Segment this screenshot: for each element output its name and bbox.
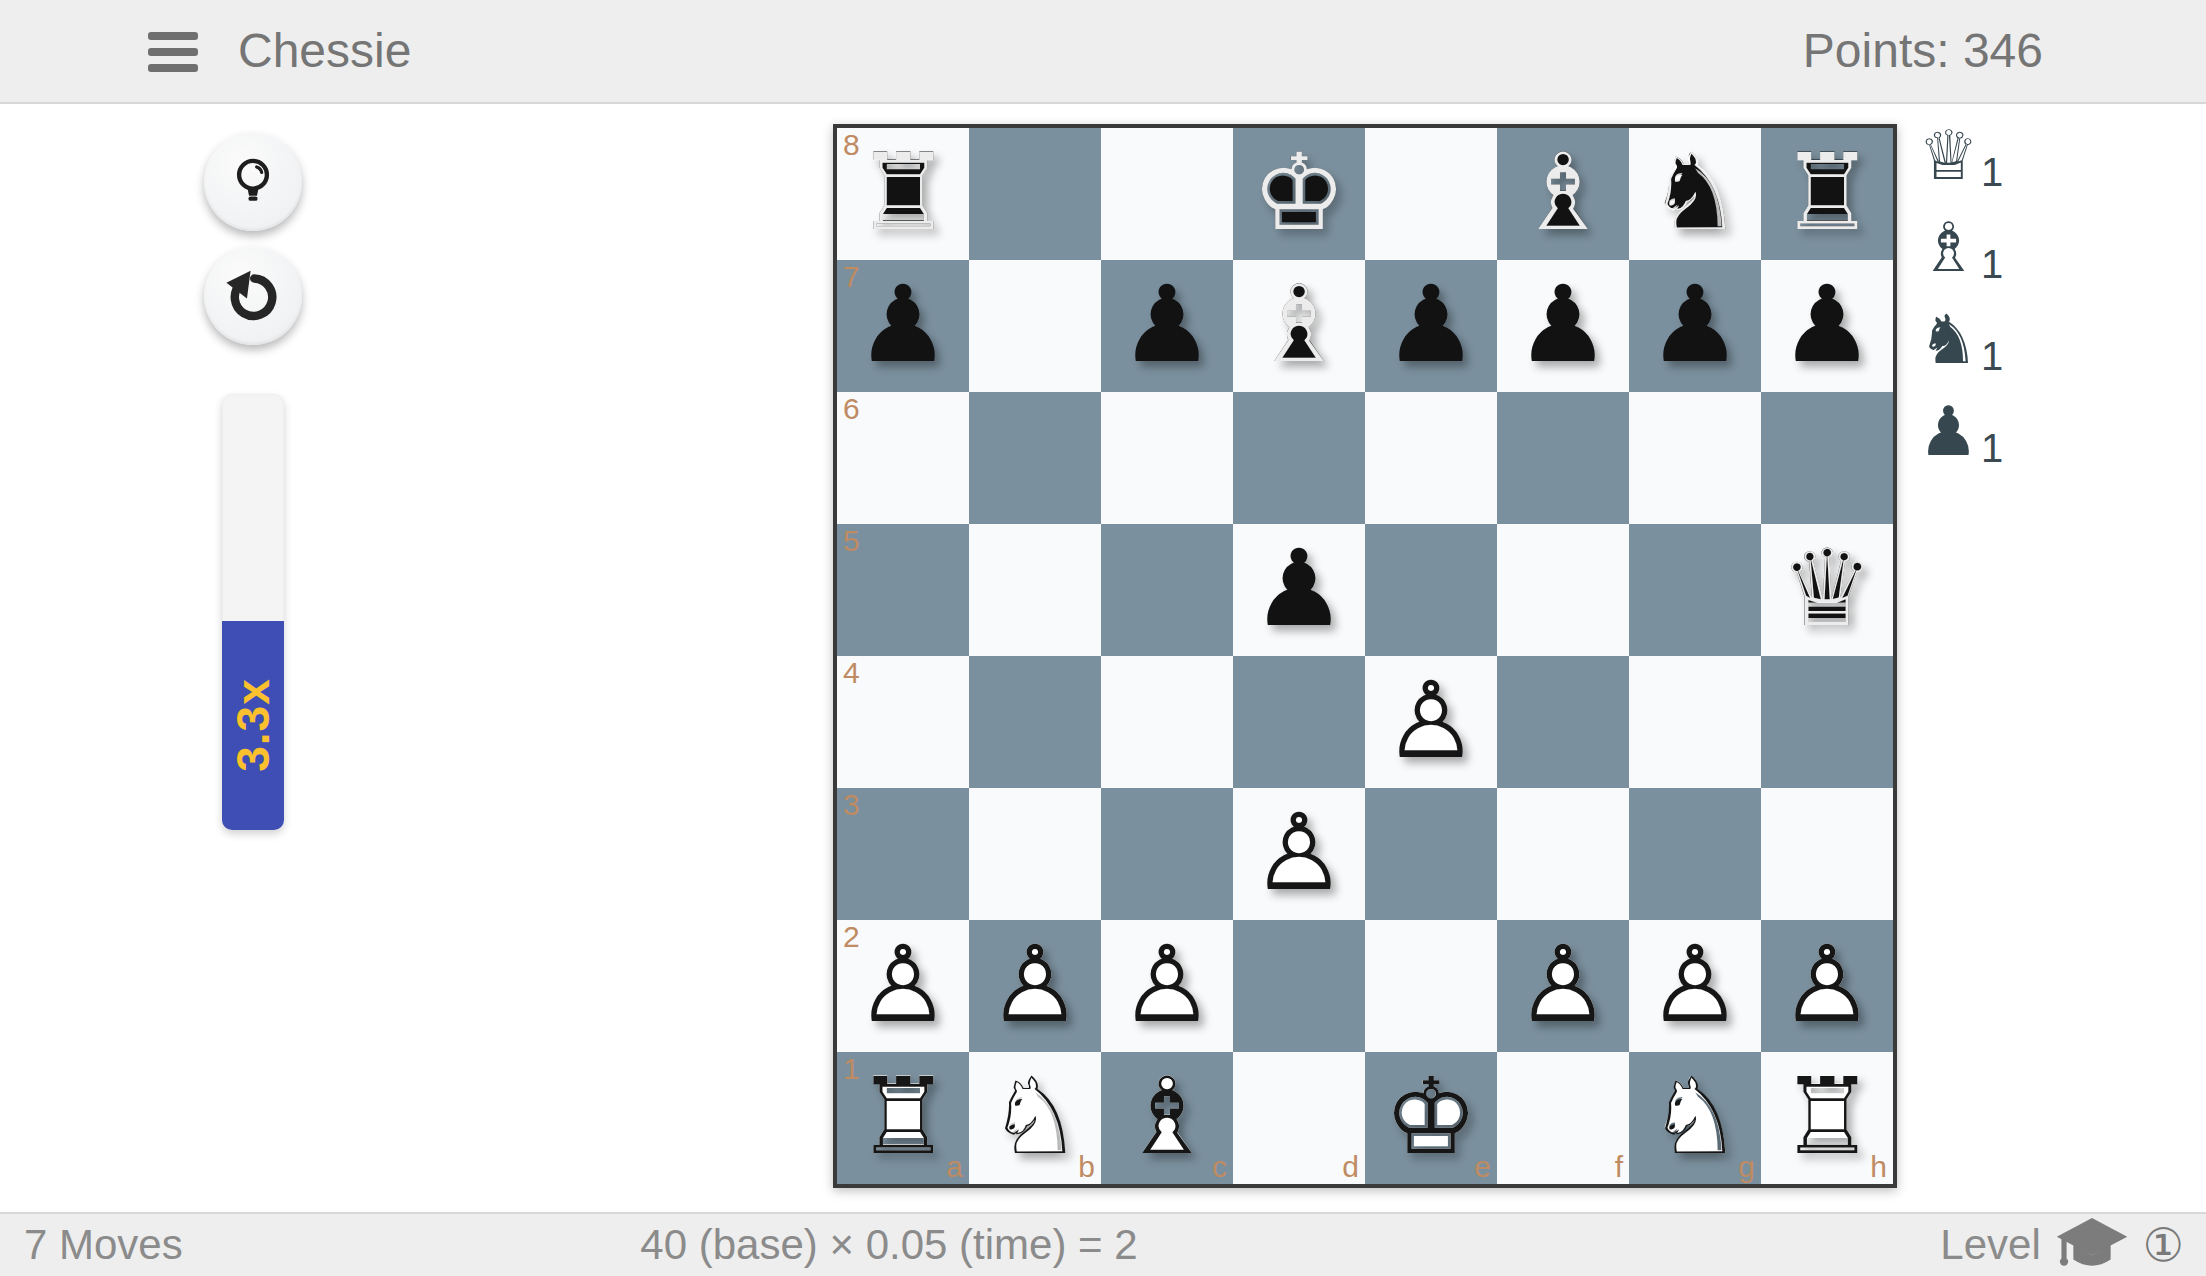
captured-count: 1 <box>1981 336 2003 376</box>
square-a7[interactable]: 7♟ <box>837 260 969 392</box>
black-knight-icon: ♞ <box>1918 306 1979 374</box>
square-h7[interactable]: ♟ <box>1761 260 1893 392</box>
piece-white-pawn[interactable]: ♟♙ <box>1629 920 1761 1052</box>
status-bar: 7 Moves 40 (base) × 0.05 (time) = 2 Leve… <box>0 1212 2206 1276</box>
square-f5[interactable] <box>1497 524 1629 656</box>
piece-black-queen[interactable]: ♛♕ <box>1761 524 1893 656</box>
piece-white-pawn[interactable]: ♟♙ <box>1761 920 1893 1052</box>
square-h4[interactable] <box>1761 656 1893 788</box>
rank-label: 6 <box>843 394 860 424</box>
square-d6[interactable] <box>1233 392 1365 524</box>
piece-black-knight[interactable]: ♞♘ <box>1629 128 1761 260</box>
captured-count: 1 <box>1981 428 2003 468</box>
square-f2[interactable]: ♟♙ <box>1497 920 1629 1052</box>
square-f1[interactable]: f <box>1497 1052 1629 1184</box>
captured-pieces-tray: ♕1♗1♞1♟1 <box>1918 122 2003 466</box>
hamburger-menu-icon[interactable] <box>148 32 198 72</box>
square-b8[interactable] <box>969 128 1101 260</box>
square-d1[interactable]: d <box>1233 1052 1365 1184</box>
square-c6[interactable] <box>1101 392 1233 524</box>
white-queen-icon: ♕ <box>1918 122 1979 190</box>
square-h1[interactable]: h♜♖ <box>1761 1052 1893 1184</box>
square-d5[interactable]: ♟ <box>1233 524 1365 656</box>
square-b7[interactable] <box>969 260 1101 392</box>
piece-black-pawn[interactable]: ♟ <box>1497 260 1629 392</box>
square-e3[interactable] <box>1365 788 1497 920</box>
black-pawn-icon: ♟ <box>1918 398 1979 466</box>
score-multiplier-label: 3.3x <box>226 679 280 773</box>
captured-white-bishop: ♗1 <box>1918 214 2003 282</box>
captured-count: 1 <box>1981 152 2003 192</box>
level-badge: ① <box>2143 1222 2184 1268</box>
rank-label: 5 <box>843 526 860 556</box>
captured-count: 1 <box>1981 244 2003 284</box>
rank-label: 4 <box>843 658 860 688</box>
captured-white-queen: ♕1 <box>1918 122 2003 190</box>
piece-black-pawn[interactable]: ♟ <box>1365 260 1497 392</box>
app-title: Chessie <box>238 0 411 102</box>
square-c7[interactable]: ♟ <box>1101 260 1233 392</box>
piece-white-knight[interactable]: ♞♘ <box>969 1052 1101 1184</box>
captured-black-knight: ♞1 <box>1918 306 2003 374</box>
piece-white-pawn[interactable]: ♟♙ <box>1233 788 1365 920</box>
square-a2[interactable]: 2♟♙ <box>837 920 969 1052</box>
file-label: f <box>1615 1152 1623 1182</box>
file-label: d <box>1342 1152 1359 1182</box>
piece-white-bishop[interactable]: ♝♗ <box>1101 1052 1233 1184</box>
level-indicator: Level ① <box>1940 1216 2184 1274</box>
level-label: Level <box>1940 1221 2040 1269</box>
piece-black-bishop[interactable]: ♝♗ <box>1233 260 1365 392</box>
square-b3[interactable] <box>969 788 1101 920</box>
square-c8[interactable] <box>1101 128 1233 260</box>
piece-black-pawn[interactable]: ♟ <box>1761 260 1893 392</box>
piece-black-pawn[interactable]: ♟ <box>1233 524 1365 656</box>
square-a1[interactable]: 1a♜♖ <box>837 1052 969 1184</box>
square-g1[interactable]: g♞♘ <box>1629 1052 1761 1184</box>
square-e8[interactable] <box>1365 128 1497 260</box>
piece-black-king[interactable]: ♚♔ <box>1233 128 1365 260</box>
square-a6[interactable]: 6 <box>837 392 969 524</box>
square-e5[interactable] <box>1365 524 1497 656</box>
points-display: Points: 346 <box>1803 0 2043 102</box>
square-d2[interactable] <box>1233 920 1365 1052</box>
hamburger-bar <box>148 48 198 56</box>
square-b6[interactable] <box>969 392 1101 524</box>
piece-white-rook[interactable]: ♜♖ <box>1761 1052 1893 1184</box>
piece-black-pawn[interactable]: ♟ <box>1629 260 1761 392</box>
square-b1[interactable]: b♞♘ <box>969 1052 1101 1184</box>
app-screen: Chessie Points: 346 3.3x 8♜♖♚♔♝♗♞♘♜♖7♟♟♝… <box>0 0 2206 1276</box>
piece-white-pawn[interactable]: ♟♙ <box>1365 656 1497 788</box>
square-b2[interactable]: ♟♙ <box>969 920 1101 1052</box>
square-f7[interactable]: ♟ <box>1497 260 1629 392</box>
square-c2[interactable]: ♟♙ <box>1101 920 1233 1052</box>
white-bishop-icon: ♗ <box>1918 214 1979 282</box>
square-d8[interactable]: ♚♔ <box>1233 128 1365 260</box>
square-g7[interactable]: ♟ <box>1629 260 1761 392</box>
undo-arrow-icon <box>224 267 282 325</box>
square-f3[interactable] <box>1497 788 1629 920</box>
score-formula: 40 (base) × 0.05 (time) = 2 <box>640 1221 1137 1269</box>
square-d7[interactable]: ♝♗ <box>1233 260 1365 392</box>
square-a3[interactable]: 3 <box>837 788 969 920</box>
square-b4[interactable] <box>969 656 1101 788</box>
square-a4[interactable]: 4 <box>837 656 969 788</box>
square-g3[interactable] <box>1629 788 1761 920</box>
score-multiplier-fill: 3.3x <box>222 621 284 830</box>
square-g6[interactable] <box>1629 392 1761 524</box>
square-b5[interactable] <box>969 524 1101 656</box>
square-e4[interactable]: ♟♙ <box>1365 656 1497 788</box>
piece-black-pawn[interactable]: ♟ <box>837 260 969 392</box>
square-e2[interactable] <box>1365 920 1497 1052</box>
piece-black-rook[interactable]: ♜♖ <box>1761 128 1893 260</box>
graduation-cap-icon <box>2053 1216 2131 1274</box>
square-c1[interactable]: c♝♗ <box>1101 1052 1233 1184</box>
square-g8[interactable]: ♞♘ <box>1629 128 1761 260</box>
top-app-bar: Chessie Points: 346 <box>0 0 2206 104</box>
square-f6[interactable] <box>1497 392 1629 524</box>
piece-white-king[interactable]: ♚♔ <box>1365 1052 1497 1184</box>
square-e7[interactable]: ♟ <box>1365 260 1497 392</box>
square-f8[interactable]: ♝♗ <box>1497 128 1629 260</box>
square-g5[interactable] <box>1629 524 1761 656</box>
square-c4[interactable] <box>1101 656 1233 788</box>
square-c5[interactable] <box>1101 524 1233 656</box>
square-h6[interactable] <box>1761 392 1893 524</box>
piece-white-pawn[interactable]: ♟♙ <box>1101 920 1233 1052</box>
square-g4[interactable] <box>1629 656 1761 788</box>
square-a8[interactable]: 8♜♖ <box>837 128 969 260</box>
captured-black-pawn: ♟1 <box>1918 398 2003 466</box>
hamburger-bar <box>148 64 198 72</box>
piece-white-pawn[interactable]: ♟♙ <box>1497 920 1629 1052</box>
square-d3[interactable]: ♟♙ <box>1233 788 1365 920</box>
piece-white-pawn[interactable]: ♟♙ <box>837 920 969 1052</box>
square-c3[interactable] <box>1101 788 1233 920</box>
rank-label: 3 <box>843 790 860 820</box>
square-h8[interactable]: ♜♖ <box>1761 128 1893 260</box>
piece-white-knight[interactable]: ♞♘ <box>1629 1052 1761 1184</box>
piece-black-pawn[interactable]: ♟ <box>1101 260 1233 392</box>
square-f4[interactable] <box>1497 656 1629 788</box>
square-a5[interactable]: 5 <box>837 524 969 656</box>
hint-button[interactable] <box>204 133 302 231</box>
chess-board: 8♜♖♚♔♝♗♞♘♜♖7♟♟♝♗♟♟♟♟65♟♛♕4♟♙3♟♙2♟♙♟♙♟♙♟♙… <box>833 124 1897 1188</box>
undo-button[interactable] <box>204 247 302 345</box>
square-h5[interactable]: ♛♕ <box>1761 524 1893 656</box>
square-g2[interactable]: ♟♙ <box>1629 920 1761 1052</box>
piece-black-rook[interactable]: ♜♖ <box>837 128 969 260</box>
square-h3[interactable] <box>1761 788 1893 920</box>
square-h2[interactable]: ♟♙ <box>1761 920 1893 1052</box>
piece-white-pawn[interactable]: ♟♙ <box>969 920 1101 1052</box>
square-e1[interactable]: e♚♔ <box>1365 1052 1497 1184</box>
hamburger-bar <box>148 32 198 40</box>
score-multiplier-bar: 3.3x <box>222 394 284 830</box>
square-e6[interactable] <box>1365 392 1497 524</box>
piece-white-rook[interactable]: ♜♖ <box>837 1052 969 1184</box>
lightbulb-icon <box>224 153 282 211</box>
move-counter: 7 Moves <box>24 1221 183 1269</box>
square-d4[interactable] <box>1233 656 1365 788</box>
piece-black-bishop[interactable]: ♝♗ <box>1497 128 1629 260</box>
